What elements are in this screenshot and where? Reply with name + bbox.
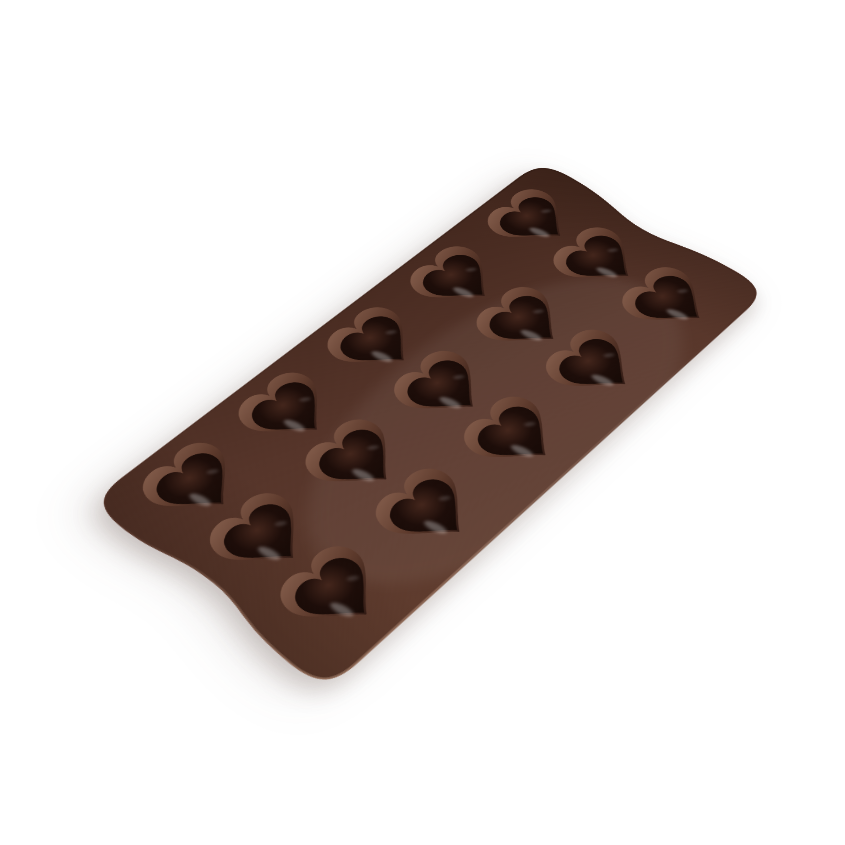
chocolate-mold: [73, 151, 784, 708]
product-photo: [0, 0, 845, 845]
mold-photo-svg: [73, 151, 784, 708]
